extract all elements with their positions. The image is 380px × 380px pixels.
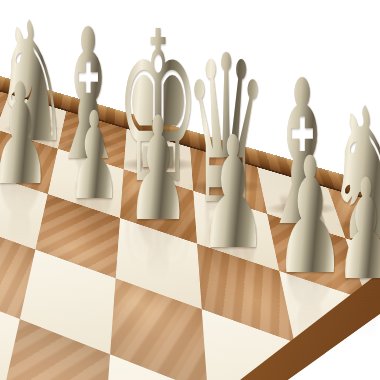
chess-set-photo: ♞♞♝♝♚♚♛♛♝♝♞♞♟♟♟♟♟♟♟♟♟♟♟♟: [0, 0, 380, 380]
pawn-glyph: ♟: [198, 116, 267, 271]
pawn-glyph: ♟: [0, 66, 51, 205]
pieces-layer: ♞♞♝♝♚♚♛♛♝♝♞♞♟♟♟♟♟♟♟♟♟♟♟♟: [0, 0, 380, 380]
pawn-glyph: ♟: [335, 161, 380, 300]
pawn-glyph: ♟: [67, 96, 121, 217]
pawn-glyph: ♟: [126, 98, 190, 241]
